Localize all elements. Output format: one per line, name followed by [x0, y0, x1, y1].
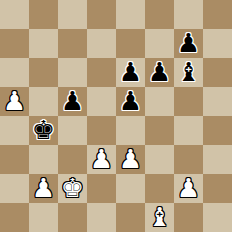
piece-white-pawn[interactable]: ♟	[3, 88, 26, 114]
square-a4[interactable]	[0, 116, 29, 145]
square-b5[interactable]	[29, 87, 58, 116]
piece-white-pawn[interactable]: ♟	[32, 175, 55, 201]
square-b3[interactable]	[29, 145, 58, 174]
square-f7[interactable]	[145, 29, 174, 58]
square-h3[interactable]	[203, 145, 232, 174]
square-b7[interactable]	[29, 29, 58, 58]
piece-white-bishop[interactable]: ♝	[148, 204, 171, 230]
piece-black-pawn[interactable]: ♟	[61, 88, 84, 114]
square-d6[interactable]	[87, 58, 116, 87]
square-g2[interactable]: ♟	[174, 174, 203, 203]
square-b4[interactable]: ♚	[29, 116, 58, 145]
square-g7[interactable]: ♟	[174, 29, 203, 58]
square-f8[interactable]	[145, 0, 174, 29]
square-a8[interactable]	[0, 0, 29, 29]
piece-white-pawn[interactable]: ♟	[177, 175, 200, 201]
square-h2[interactable]	[203, 174, 232, 203]
square-b1[interactable]	[29, 203, 58, 232]
piece-black-king[interactable]: ♚	[32, 117, 55, 143]
square-f3[interactable]	[145, 145, 174, 174]
square-e8[interactable]	[116, 0, 145, 29]
square-d8[interactable]	[87, 0, 116, 29]
square-a3[interactable]	[0, 145, 29, 174]
square-f4[interactable]	[145, 116, 174, 145]
square-a2[interactable]	[0, 174, 29, 203]
square-g1[interactable]	[174, 203, 203, 232]
square-d7[interactable]	[87, 29, 116, 58]
piece-black-pawn[interactable]: ♟	[119, 59, 142, 85]
square-d3[interactable]: ♟	[87, 145, 116, 174]
piece-white-pawn[interactable]: ♟	[90, 146, 113, 172]
square-g4[interactable]	[174, 116, 203, 145]
square-a6[interactable]	[0, 58, 29, 87]
square-c4[interactable]	[58, 116, 87, 145]
piece-white-pawn[interactable]: ♟	[119, 146, 142, 172]
square-c3[interactable]	[58, 145, 87, 174]
square-g3[interactable]	[174, 145, 203, 174]
square-h7[interactable]	[203, 29, 232, 58]
square-f6[interactable]: ♟	[145, 58, 174, 87]
square-h1[interactable]	[203, 203, 232, 232]
square-e2[interactable]	[116, 174, 145, 203]
square-e1[interactable]	[116, 203, 145, 232]
chess-board: ♟♟♟♝♟♟♟♚♟♟♟♚♟♝	[0, 0, 232, 232]
square-h4[interactable]	[203, 116, 232, 145]
square-h5[interactable]	[203, 87, 232, 116]
square-e5[interactable]: ♟	[116, 87, 145, 116]
square-c2[interactable]: ♚	[58, 174, 87, 203]
square-h6[interactable]	[203, 58, 232, 87]
square-c6[interactable]	[58, 58, 87, 87]
square-a5[interactable]: ♟	[0, 87, 29, 116]
piece-black-pawn[interactable]: ♟	[148, 59, 171, 85]
square-e3[interactable]: ♟	[116, 145, 145, 174]
piece-black-pawn[interactable]: ♟	[119, 88, 142, 114]
square-c5[interactable]: ♟	[58, 87, 87, 116]
square-d5[interactable]	[87, 87, 116, 116]
square-a7[interactable]	[0, 29, 29, 58]
square-c1[interactable]	[58, 203, 87, 232]
square-f2[interactable]	[145, 174, 174, 203]
piece-black-pawn[interactable]: ♟	[177, 30, 200, 56]
square-d4[interactable]	[87, 116, 116, 145]
square-e7[interactable]	[116, 29, 145, 58]
piece-white-king[interactable]: ♚	[61, 175, 84, 201]
square-e4[interactable]	[116, 116, 145, 145]
square-g5[interactable]	[174, 87, 203, 116]
square-b2[interactable]: ♟	[29, 174, 58, 203]
square-g8[interactable]	[174, 0, 203, 29]
square-b8[interactable]	[29, 0, 58, 29]
square-d2[interactable]	[87, 174, 116, 203]
square-c7[interactable]	[58, 29, 87, 58]
square-d1[interactable]	[87, 203, 116, 232]
square-h8[interactable]	[203, 0, 232, 29]
square-e6[interactable]: ♟	[116, 58, 145, 87]
square-f5[interactable]	[145, 87, 174, 116]
square-f1[interactable]: ♝	[145, 203, 174, 232]
square-a1[interactable]	[0, 203, 29, 232]
square-c8[interactable]	[58, 0, 87, 29]
piece-black-bishop[interactable]: ♝	[177, 59, 200, 85]
square-b6[interactable]	[29, 58, 58, 87]
square-g6[interactable]: ♝	[174, 58, 203, 87]
